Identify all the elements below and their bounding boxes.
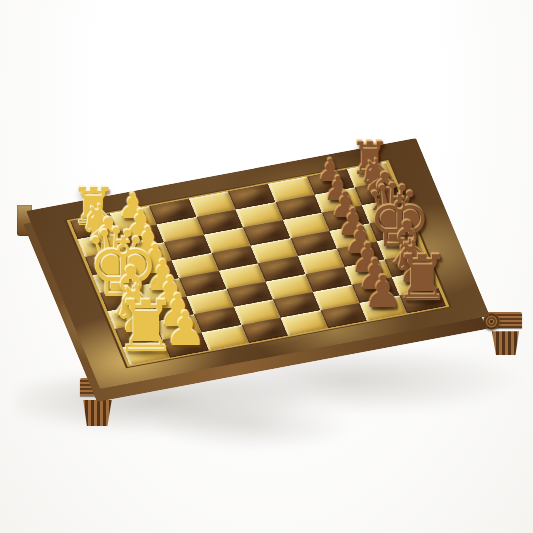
foot-fluted-column	[82, 400, 113, 426]
piece-bronze-pawn-h7: ♟	[363, 270, 402, 314]
piece-gold-rook-h1: ♜	[114, 291, 178, 362]
chess-set-photo: ♜♞♝♛♚♝♞♜♟♟♟♟♟♟♟♟♟♟♟♟♟♟♟♟♜♞♝♛♚♝♞♜	[0, 0, 533, 533]
foot-fluted-column	[491, 331, 521, 355]
board-foot-east	[486, 312, 522, 355]
